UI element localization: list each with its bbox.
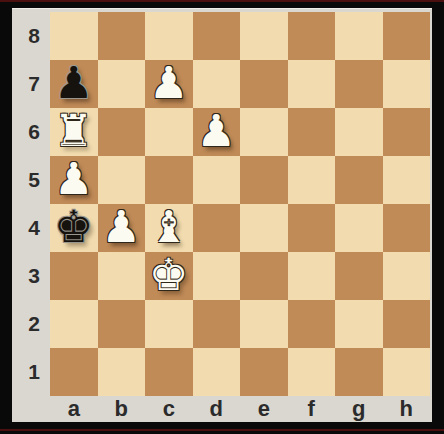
- rank-label-7: 7: [12, 60, 50, 108]
- square-a1[interactable]: [50, 348, 98, 396]
- white-rook[interactable]: ♜: [54, 109, 93, 153]
- square-d7[interactable]: [193, 60, 241, 108]
- square-h8[interactable]: [383, 12, 431, 60]
- rank-label-5: 5: [12, 156, 50, 204]
- white-pawn[interactable]: ♟: [102, 205, 141, 249]
- white-pawn[interactable]: ♟: [149, 61, 188, 105]
- square-g8[interactable]: [335, 12, 383, 60]
- board-plate: 87654321 ♟♟♜♟♟♚♟♝♚ abcdefgh: [12, 8, 432, 422]
- square-g1[interactable]: [335, 348, 383, 396]
- square-d4[interactable]: [193, 204, 241, 252]
- square-h1[interactable]: [383, 348, 431, 396]
- square-f7[interactable]: [288, 60, 336, 108]
- file-label-b: b: [98, 396, 146, 422]
- rank-label-8: 8: [12, 12, 50, 60]
- file-label-g: g: [335, 396, 383, 422]
- square-f4[interactable]: [288, 204, 336, 252]
- file-label-c: c: [145, 396, 193, 422]
- white-pawn[interactable]: ♟: [54, 157, 93, 201]
- square-a8[interactable]: [50, 12, 98, 60]
- square-a5[interactable]: ♟: [50, 156, 98, 204]
- square-b6[interactable]: [98, 108, 146, 156]
- square-a4[interactable]: ♚: [50, 204, 98, 252]
- square-c6[interactable]: [145, 108, 193, 156]
- square-a2[interactable]: [50, 300, 98, 348]
- square-h7[interactable]: [383, 60, 431, 108]
- square-d1[interactable]: [193, 348, 241, 396]
- square-e6[interactable]: [240, 108, 288, 156]
- square-a7[interactable]: ♟: [50, 60, 98, 108]
- file-label-a: a: [50, 396, 98, 422]
- square-b2[interactable]: [98, 300, 146, 348]
- square-d3[interactable]: [193, 252, 241, 300]
- square-g2[interactable]: [335, 300, 383, 348]
- square-f2[interactable]: [288, 300, 336, 348]
- square-f3[interactable]: [288, 252, 336, 300]
- square-c4[interactable]: ♝: [145, 204, 193, 252]
- square-a6[interactable]: ♜: [50, 108, 98, 156]
- square-h6[interactable]: [383, 108, 431, 156]
- square-e1[interactable]: [240, 348, 288, 396]
- square-d6[interactable]: ♟: [193, 108, 241, 156]
- square-g5[interactable]: [335, 156, 383, 204]
- square-b4[interactable]: ♟: [98, 204, 146, 252]
- square-e8[interactable]: [240, 12, 288, 60]
- file-label-h: h: [383, 396, 431, 422]
- square-g4[interactable]: [335, 204, 383, 252]
- rank-label-1: 1: [12, 348, 50, 396]
- square-b3[interactable]: [98, 252, 146, 300]
- square-f8[interactable]: [288, 12, 336, 60]
- square-c1[interactable]: [145, 348, 193, 396]
- white-pawn[interactable]: ♟: [197, 109, 236, 153]
- square-e5[interactable]: [240, 156, 288, 204]
- bottom-accent-line: [0, 429, 444, 431]
- white-bishop[interactable]: ♝: [149, 205, 188, 249]
- square-e7[interactable]: [240, 60, 288, 108]
- square-f5[interactable]: [288, 156, 336, 204]
- square-g6[interactable]: [335, 108, 383, 156]
- rank-label-6: 6: [12, 108, 50, 156]
- rank-label-2: 2: [12, 300, 50, 348]
- board-grid: ♟♟♜♟♟♚♟♝♚: [50, 12, 430, 396]
- file-labels: abcdefgh: [50, 396, 430, 422]
- rank-label-3: 3: [12, 252, 50, 300]
- square-g7[interactable]: [335, 60, 383, 108]
- square-e3[interactable]: [240, 252, 288, 300]
- square-h4[interactable]: [383, 204, 431, 252]
- top-accent-line: [0, 0, 444, 2]
- square-c2[interactable]: [145, 300, 193, 348]
- square-e4[interactable]: [240, 204, 288, 252]
- rank-label-4: 4: [12, 204, 50, 252]
- white-king[interactable]: ♚: [149, 253, 188, 297]
- square-h5[interactable]: [383, 156, 431, 204]
- square-b5[interactable]: [98, 156, 146, 204]
- square-f6[interactable]: [288, 108, 336, 156]
- square-b8[interactable]: [98, 12, 146, 60]
- square-c3[interactable]: ♚: [145, 252, 193, 300]
- file-label-f: f: [288, 396, 336, 422]
- square-d5[interactable]: [193, 156, 241, 204]
- square-a3[interactable]: [50, 252, 98, 300]
- square-d8[interactable]: [193, 12, 241, 60]
- file-label-d: d: [193, 396, 241, 422]
- rank-labels: 87654321: [12, 12, 50, 396]
- square-c8[interactable]: [145, 12, 193, 60]
- square-c5[interactable]: [145, 156, 193, 204]
- black-king[interactable]: ♚: [54, 205, 93, 249]
- square-h3[interactable]: [383, 252, 431, 300]
- square-e2[interactable]: [240, 300, 288, 348]
- square-g3[interactable]: [335, 252, 383, 300]
- square-c7[interactable]: ♟: [145, 60, 193, 108]
- square-f1[interactable]: [288, 348, 336, 396]
- square-b1[interactable]: [98, 348, 146, 396]
- chess-diagram: 87654321 ♟♟♜♟♟♚♟♝♚ abcdefgh: [0, 0, 444, 434]
- square-h2[interactable]: [383, 300, 431, 348]
- file-label-e: e: [240, 396, 288, 422]
- square-d2[interactable]: [193, 300, 241, 348]
- black-pawn[interactable]: ♟: [54, 61, 93, 105]
- square-b7[interactable]: [98, 60, 146, 108]
